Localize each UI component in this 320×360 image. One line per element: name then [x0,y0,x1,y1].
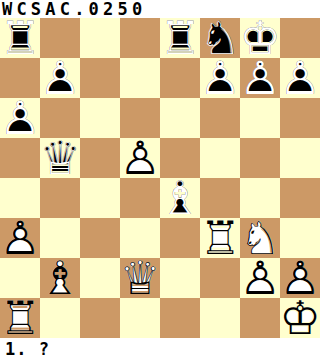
black-pawn-piece[interactable]: ♟♙ [240,58,280,98]
piece-glyph-outline: ♕ [120,258,160,298]
piece-glyph-outline: ♖ [200,218,240,258]
square-c8[interactable] [80,18,120,58]
square-h6[interactable] [280,98,320,138]
piece-glyph-outline: ♙ [0,218,40,258]
piece-glyph-outline: ♔ [280,298,320,338]
square-g5[interactable] [240,138,280,178]
square-g2[interactable]: ♟♙ [240,258,280,298]
square-a1[interactable]: ♜♖ [0,298,40,338]
piece-glyph-outline: ♙ [200,58,240,98]
piece-glyph-outline: ♗ [40,258,80,298]
square-c1[interactable] [80,298,120,338]
black-bishop-piece[interactable]: ♝♗ [160,178,200,218]
square-a3[interactable]: ♟♙ [0,218,40,258]
white-pawn-piece[interactable]: ♟♙ [0,218,40,258]
piece-glyph-outline: ♙ [40,58,80,98]
black-queen-piece[interactable]: ♛♕ [40,138,80,178]
piece-glyph-outline: ♕ [40,138,80,178]
square-h1[interactable]: ♚♔ [280,298,320,338]
square-b7[interactable]: ♟♙ [40,58,80,98]
board: ♜♖♜♖♞♘♚♔♟♙♟♙♟♙♟♙♟♙♛♕♟♙♝♗♟♙♜♖♞♘♝♗♛♕♟♙♟♙♜♖… [0,18,320,338]
white-pawn-piece[interactable]: ♟♙ [240,258,280,298]
status-bar: 1. ? [0,338,320,360]
square-d8[interactable] [120,18,160,58]
square-h7[interactable]: ♟♙ [280,58,320,98]
square-c3[interactable] [80,218,120,258]
square-e4[interactable]: ♝♗ [160,178,200,218]
square-e2[interactable] [160,258,200,298]
black-pawn-piece[interactable]: ♟♙ [0,98,40,138]
square-c7[interactable] [80,58,120,98]
piece-glyph-outline: ♙ [240,258,280,298]
square-h4[interactable] [280,178,320,218]
black-pawn-piece[interactable]: ♟♙ [280,58,320,98]
square-d7[interactable] [120,58,160,98]
square-d5[interactable]: ♟♙ [120,138,160,178]
square-f6[interactable] [200,98,240,138]
square-a5[interactable] [0,138,40,178]
piece-glyph-outline: ♖ [160,18,200,58]
black-pawn-piece[interactable]: ♟♙ [200,58,240,98]
square-c2[interactable] [80,258,120,298]
white-king-piece[interactable]: ♚♔ [280,298,320,338]
square-e6[interactable] [160,98,200,138]
square-h5[interactable] [280,138,320,178]
piece-glyph-outline: ♙ [280,58,320,98]
square-e3[interactable] [160,218,200,258]
white-queen-piece[interactable]: ♛♕ [120,258,160,298]
piece-glyph-outline: ♙ [120,138,160,178]
square-c5[interactable] [80,138,120,178]
piece-glyph-outline: ♗ [160,178,200,218]
white-rook-piece[interactable]: ♜♖ [200,218,240,258]
white-bishop-piece[interactable]: ♝♗ [40,258,80,298]
square-b2[interactable]: ♝♗ [40,258,80,298]
square-b5[interactable]: ♛♕ [40,138,80,178]
white-rook-piece[interactable]: ♜♖ [0,298,40,338]
square-b4[interactable] [40,178,80,218]
piece-glyph-outline: ♖ [0,298,40,338]
square-g1[interactable] [240,298,280,338]
square-d4[interactable] [120,178,160,218]
square-d1[interactable] [120,298,160,338]
black-rook-piece[interactable]: ♜♖ [0,18,40,58]
square-e1[interactable] [160,298,200,338]
square-g7[interactable]: ♟♙ [240,58,280,98]
square-a6[interactable]: ♟♙ [0,98,40,138]
square-c6[interactable] [80,98,120,138]
piece-glyph-outline: ♖ [0,18,40,58]
square-e8[interactable]: ♜♖ [160,18,200,58]
black-pawn-piece[interactable]: ♟♙ [40,58,80,98]
square-f7[interactable]: ♟♙ [200,58,240,98]
square-a8[interactable]: ♜♖ [0,18,40,58]
square-f3[interactable]: ♜♖ [200,218,240,258]
piece-glyph-outline: ♙ [240,58,280,98]
square-c4[interactable] [80,178,120,218]
square-e7[interactable] [160,58,200,98]
piece-glyph-outline: ♙ [0,98,40,138]
black-rook-piece[interactable]: ♜♖ [160,18,200,58]
square-g6[interactable] [240,98,280,138]
square-b1[interactable] [40,298,80,338]
white-pawn-piece[interactable]: ♟♙ [120,138,160,178]
square-f1[interactable] [200,298,240,338]
square-f2[interactable] [200,258,240,298]
square-d2[interactable]: ♛♕ [120,258,160,298]
square-f5[interactable] [200,138,240,178]
